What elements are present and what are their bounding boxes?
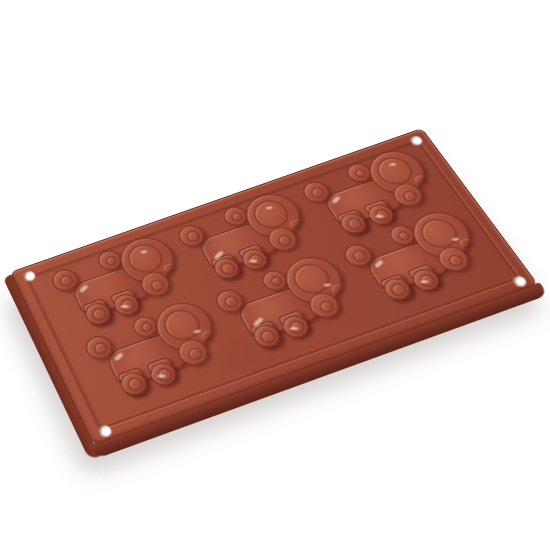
tail-ring-detail (91, 340, 110, 356)
foot-ring-detail (286, 318, 308, 336)
corner-hole-top (408, 135, 424, 147)
pig-mouth-mark (162, 263, 177, 275)
foot-ring-detail (89, 306, 109, 323)
pig-mouth-mark (458, 237, 475, 249)
tail-ring-detail (350, 248, 370, 263)
tail-ring-detail (308, 185, 327, 200)
foot-ring-detail (154, 366, 175, 384)
snout-dot-detail (148, 278, 167, 294)
foot-ring-detail (218, 260, 239, 277)
pig-mouth-mark (288, 218, 304, 230)
snout-dot-detail (445, 253, 466, 269)
ear-dot-detail (396, 229, 413, 242)
snout-dot-detail (185, 346, 205, 363)
foot-ring-detail (257, 328, 279, 346)
foot-ring-detail (125, 375, 146, 393)
corner-hole-bottom (97, 424, 113, 439)
pig-mouth-mark (413, 174, 429, 185)
foot-ring-detail (388, 281, 410, 298)
pig-face-ring (122, 240, 168, 278)
tail-ring-detail (184, 229, 203, 244)
snout-dot-detail (275, 233, 294, 248)
ear-dot-detail (229, 211, 245, 223)
foot-ring-detail (344, 216, 365, 232)
ear-dot-detail (353, 167, 369, 179)
product-photo (0, 0, 550, 550)
snout-dot-detail (316, 299, 336, 315)
ear-dot-detail (104, 254, 119, 267)
foot-ring-detail (416, 272, 438, 289)
foot-ring-detail (372, 207, 393, 223)
foot-ring-detail (246, 252, 267, 269)
silicone-mold (10, 128, 538, 445)
tail-ring-detail (221, 294, 241, 310)
corner-hole-left (22, 269, 37, 282)
pig-mouth-mark (330, 283, 346, 295)
pig-face-ring (247, 196, 295, 233)
pig-face-ring (287, 259, 337, 298)
tail-ring-detail (57, 273, 75, 288)
ear-dot-detail (139, 321, 155, 334)
foot-ring-detail (118, 297, 138, 314)
pig-mouth-mark (200, 330, 216, 343)
corner-hole-right (511, 274, 529, 287)
ear-dot-detail (268, 275, 284, 288)
pig-face-ring (158, 305, 206, 345)
snout-dot-detail (400, 189, 420, 204)
